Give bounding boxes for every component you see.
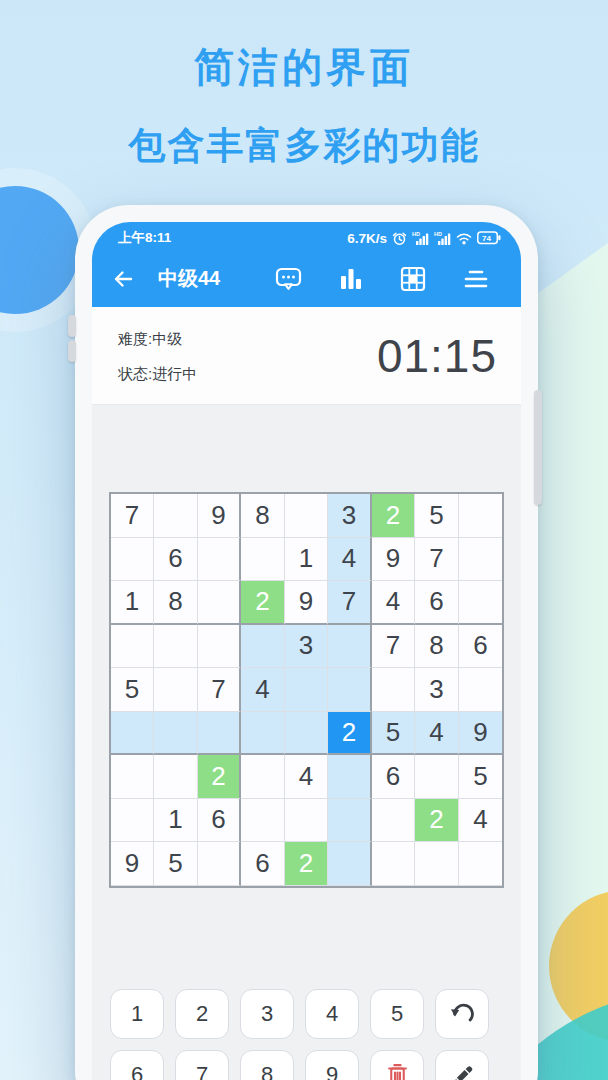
sudoku-cell-r9c5[interactable]: 2: [285, 842, 329, 886]
sudoku-cell-r6c7[interactable]: 5: [372, 712, 416, 756]
sudoku-cell-r7c8[interactable]: [415, 755, 459, 799]
sudoku-cell-r9c7[interactable]: [372, 842, 416, 886]
sudoku-cell-r4c1[interactable]: [111, 625, 155, 669]
info-labels: 难度:中级 状态:进行中: [118, 321, 197, 391]
sudoku-cell-r6c5[interactable]: [285, 712, 329, 756]
battery-icon: 74: [477, 231, 501, 245]
sudoku-cell-r2c1[interactable]: [111, 538, 155, 582]
sudoku-cell-r1c3[interactable]: 9: [198, 494, 242, 538]
svg-text:74: 74: [482, 234, 491, 243]
sudoku-cell-r6c4[interactable]: [241, 712, 285, 756]
sudoku-cell-r6c3[interactable]: [198, 712, 242, 756]
level-title: 中级44: [158, 265, 220, 292]
sudoku-cell-r3c8[interactable]: 6: [415, 581, 459, 625]
digit-button-9[interactable]: 9: [305, 1050, 359, 1080]
sudoku-cell-r8c4[interactable]: [241, 799, 285, 843]
sudoku-cell-r4c7[interactable]: 7: [372, 625, 416, 669]
sudoku-cell-r7c1[interactable]: [111, 755, 155, 799]
sudoku-cell-r5c2[interactable]: [154, 668, 198, 712]
sudoku-cell-r2c7[interactable]: 9: [372, 538, 416, 582]
sudoku-cell-r9c6[interactable]: [328, 842, 372, 886]
sudoku-cell-r3c2[interactable]: 8: [154, 581, 198, 625]
sudoku-cell-r8c8[interactable]: 2: [415, 799, 459, 843]
sudoku-cell-r4c5[interactable]: 3: [285, 625, 329, 669]
status-bar: 上午8:11 6.7K/s HD HD: [92, 222, 521, 250]
sudoku-cell-r2c2[interactable]: 6: [154, 538, 198, 582]
bar-chart-icon[interactable]: [339, 266, 363, 292]
app-header: 上午8:11 6.7K/s HD HD: [92, 222, 521, 307]
sudoku-cell-r5c6[interactable]: [328, 668, 372, 712]
hd-signal-icon: HD: [434, 230, 451, 246]
sudoku-cell-r1c9[interactable]: [459, 494, 503, 538]
digit-button-2[interactable]: 2: [175, 989, 229, 1039]
sudoku-cell-r3c3[interactable]: [198, 581, 242, 625]
trash-icon: [386, 1062, 409, 1080]
sudoku-board: 7983256149718297463786574325492465162495…: [109, 492, 505, 888]
keypad-row-1: 12345: [110, 989, 521, 1039]
sudoku-cell-r5c3[interactable]: 7: [198, 668, 242, 712]
digit-button-7[interactable]: 7: [175, 1050, 229, 1080]
undo-icon: [449, 1003, 475, 1025]
power-button: [534, 390, 542, 505]
alarm-icon: [392, 231, 407, 246]
sudoku-cell-r8c7[interactable]: [372, 799, 416, 843]
sudoku-cell-r8c9[interactable]: 4: [459, 799, 503, 843]
app-bar: 中级44: [92, 250, 521, 307]
sudoku-cell-r7c6[interactable]: [328, 755, 372, 799]
svg-text:HD: HD: [412, 231, 420, 237]
sudoku-cell-r3c9[interactable]: [459, 581, 503, 625]
pencil-button[interactable]: [435, 1050, 489, 1080]
status-label: 状态:进行中: [118, 356, 197, 391]
difficulty-label: 难度:中级: [118, 321, 197, 356]
sudoku-cell-r1c4[interactable]: 8: [241, 494, 285, 538]
volume-down-button: [68, 340, 76, 362]
svg-text:HD: HD: [434, 231, 442, 237]
digit-button-8[interactable]: 8: [240, 1050, 294, 1080]
sudoku-cell-r6c9[interactable]: 9: [459, 712, 503, 756]
status-time: 上午8:11: [118, 229, 171, 247]
digit-button-3[interactable]: 3: [240, 989, 294, 1039]
grid-icon[interactable]: [400, 266, 426, 292]
sudoku-cell-r1c7[interactable]: 2: [372, 494, 416, 538]
sudoku-cell-r4c4[interactable]: [241, 625, 285, 669]
hero-line2: 包含丰富多彩的功能: [0, 121, 608, 171]
sudoku-cell-r8c1[interactable]: [111, 799, 155, 843]
sudoku-cell-r9c1[interactable]: 9: [111, 842, 155, 886]
erase-button[interactable]: [370, 1050, 424, 1080]
sudoku-cell-r4c9[interactable]: 6: [459, 625, 503, 669]
sudoku-cell-r8c5[interactable]: [285, 799, 329, 843]
sudoku-cell-r4c8[interactable]: 8: [415, 625, 459, 669]
sudoku-cell-r4c3[interactable]: [198, 625, 242, 669]
sudoku-cell-r1c6[interactable]: 3: [328, 494, 372, 538]
sudoku-cell-r8c3[interactable]: 6: [198, 799, 242, 843]
number-keypad: 123456789: [92, 989, 521, 1080]
menu-icon[interactable]: [463, 267, 489, 291]
digit-button-5[interactable]: 5: [370, 989, 424, 1039]
game-timer: 01:15: [377, 329, 497, 383]
sudoku-cell-r1c5[interactable]: [285, 494, 329, 538]
sudoku-cell-r1c1[interactable]: 7: [111, 494, 155, 538]
keypad-row-2: 6789: [110, 1050, 521, 1080]
digit-button-4[interactable]: 4: [305, 989, 359, 1039]
net-speed: 6.7K/s: [347, 231, 387, 246]
appbar-action-icons: [275, 266, 501, 292]
status-icons: 6.7K/s HD HD: [347, 230, 501, 246]
sudoku-cell-r2c9[interactable]: [459, 538, 503, 582]
sudoku-cell-r7c2[interactable]: [154, 755, 198, 799]
sudoku-cell-r9c8[interactable]: [415, 842, 459, 886]
sudoku-cell-r3c4[interactable]: 2: [241, 581, 285, 625]
decor-blue-circle: [0, 186, 79, 314]
page: 简洁的界面 包含丰富多彩的功能 上午8:11 6.7K/s HD: [0, 0, 608, 1080]
sudoku-cell-r4c6[interactable]: [328, 625, 372, 669]
sudoku-cell-r7c9[interactable]: 5: [459, 755, 503, 799]
sudoku-cell-r5c1[interactable]: 5: [111, 668, 155, 712]
sudoku-cell-r2c5[interactable]: 1: [285, 538, 329, 582]
info-panel: 难度:中级 状态:进行中 01:15: [92, 307, 521, 405]
sudoku-cell-r7c4[interactable]: [241, 755, 285, 799]
sudoku-cell-r9c9[interactable]: [459, 842, 503, 886]
sudoku-cell-r9c3[interactable]: [198, 842, 242, 886]
digit-button-1[interactable]: 1: [110, 989, 164, 1039]
sudoku-cell-r6c6[interactable]: 2: [328, 712, 372, 756]
sudoku-cell-r6c1[interactable]: [111, 712, 155, 756]
sudoku-cell-r3c1[interactable]: 1: [111, 581, 155, 625]
sudoku-cell-r6c8[interactable]: 4: [415, 712, 459, 756]
sudoku-cell-r3c5[interactable]: 9: [285, 581, 329, 625]
sudoku-cell-r9c4[interactable]: 6: [241, 842, 285, 886]
sudoku-cell-r7c7[interactable]: 6: [372, 755, 416, 799]
sudoku-cell-r1c2[interactable]: [154, 494, 198, 538]
sudoku-cell-r8c2[interactable]: 1: [154, 799, 198, 843]
sudoku-cell-r6c2[interactable]: [154, 712, 198, 756]
sudoku-cell-r3c6[interactable]: 7: [328, 581, 372, 625]
phone-mockup: 上午8:11 6.7K/s HD HD: [75, 205, 538, 1080]
wifi-icon: [456, 232, 472, 245]
sudoku-cell-r3c7[interactable]: 4: [372, 581, 416, 625]
sudoku-cell-r2c6[interactable]: 4: [328, 538, 372, 582]
sudoku-cell-r5c5[interactable]: [285, 668, 329, 712]
sudoku-cell-r2c4[interactable]: [241, 538, 285, 582]
sudoku-cell-r7c3[interactable]: 2: [198, 755, 242, 799]
undo-button[interactable]: [435, 989, 489, 1039]
sudoku-cell-r5c9[interactable]: [459, 668, 503, 712]
game-area: 7983256149718297463786574325492465162495…: [92, 405, 521, 1080]
pencil-icon: [450, 1063, 474, 1080]
sudoku-cell-r2c3[interactable]: [198, 538, 242, 582]
sudoku-cell-r5c7[interactable]: [372, 668, 416, 712]
sudoku-cell-r2c8[interactable]: 7: [415, 538, 459, 582]
volume-up-button: [68, 315, 76, 337]
sudoku-cell-r9c2[interactable]: 5: [154, 842, 198, 886]
hero-line1: 简洁的界面: [0, 40, 608, 95]
phone-screen: 上午8:11 6.7K/s HD HD: [92, 222, 521, 1080]
chat-icon[interactable]: [275, 266, 302, 292]
sudoku-cell-r1c8[interactable]: 5: [415, 494, 459, 538]
digit-button-6[interactable]: 6: [110, 1050, 164, 1080]
hero-headline: 简洁的界面 包含丰富多彩的功能: [0, 40, 608, 171]
hd-signal-icon: HD: [412, 230, 429, 246]
sudoku-cell-r8c6[interactable]: [328, 799, 372, 843]
sudoku-cell-r7c5[interactable]: 4: [285, 755, 329, 799]
sudoku-cell-r4c2[interactable]: [154, 625, 198, 669]
sudoku-cell-r5c8[interactable]: 3: [415, 668, 459, 712]
back-arrow-icon[interactable]: [110, 267, 134, 291]
sudoku-cell-r5c4[interactable]: 4: [241, 668, 285, 712]
